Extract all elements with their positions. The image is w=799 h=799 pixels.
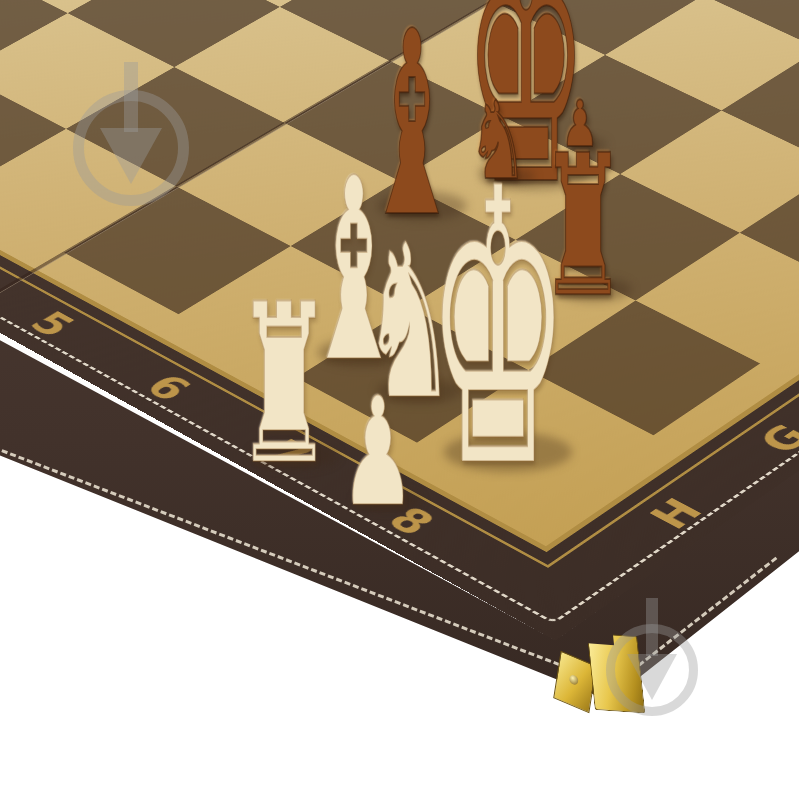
clasp-screw-icon xyxy=(569,674,579,687)
chess-set-photo: 12345678 ABCDEFGH ♚♜♝♞♟♚♜♝♞♟ xyxy=(0,0,799,799)
clasp-latch xyxy=(587,632,646,713)
